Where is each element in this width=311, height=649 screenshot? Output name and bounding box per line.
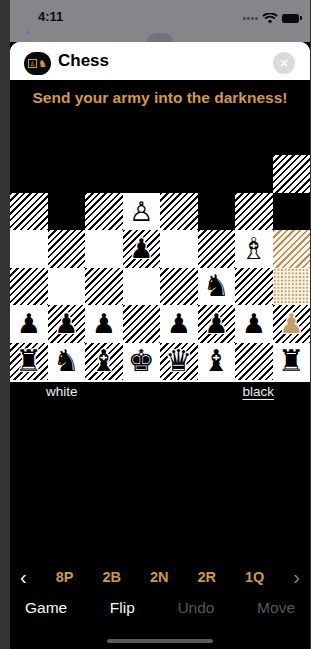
square-f2[interactable] [85,118,123,156]
black-knight-icon: ♞ [203,271,230,301]
square-b7[interactable]: ♟ [235,305,273,343]
square-g3[interactable] [48,155,86,193]
square-h2[interactable] [10,118,48,156]
square-b3[interactable] [235,155,273,193]
square-g4[interactable] [48,193,86,231]
square-d5[interactable] [160,230,198,268]
square-h5[interactable] [10,230,48,268]
square-h7[interactable]: ♟ [10,305,48,343]
square-g7[interactable]: ♟ [48,305,86,343]
square-a3[interactable] [273,155,311,193]
square-d7[interactable]: ♟ [160,305,198,343]
black-pawn-icon: ♟ [17,310,41,337]
tray-count-pawns: 8P [56,569,74,585]
square-a8[interactable]: ♜ [273,343,311,381]
square-c7[interactable]: ♟ [198,305,236,343]
square-e7[interactable] [123,305,161,343]
sheet-header: ♙ ♞ Chess ✕ [10,42,310,80]
tray-count-knights: 2N [150,569,169,585]
square-e6[interactable] [123,268,161,306]
square-e4[interactable]: ♙ [123,193,161,231]
square-e3[interactable] [123,155,161,193]
close-button[interactable]: ✕ [273,52,295,74]
square-b6[interactable] [235,268,273,306]
square-c8[interactable]: ♝ [198,343,236,381]
square-h6[interactable] [10,268,48,306]
square-a6[interactable] [273,268,311,306]
chess-app-icon: ♙ ♞ [24,52,51,75]
move-button[interactable]: Move [257,599,295,617]
square-f3[interactable] [85,155,123,193]
square-b8[interactable] [235,343,273,381]
chevron-left-icon[interactable]: ‹ [20,567,27,587]
tray-count-rooks: 2R [197,569,216,585]
square-d3[interactable] [160,155,198,193]
phone-screen: 4:11 ♙ ♞ Chess [10,0,310,649]
square-g5[interactable] [48,230,86,268]
square-g8[interactable]: ♞ [48,343,86,381]
black-pawn-icon: ♟ [242,310,266,337]
square-b2[interactable] [235,118,273,156]
square-f8[interactable]: ♝ [85,343,123,381]
black-pawn-icon: ♟ [204,310,228,337]
white-player-label: white [46,384,78,399]
tray-count-queens: 1Q [245,569,264,585]
knight-icon: ♞ [38,59,47,69]
square-d2[interactable] [160,118,198,156]
black-queen-icon: ♛ [165,346,192,376]
square-a5[interactable] [273,230,311,268]
white-pawn-icon: ♙ [129,198,153,225]
black-pawn-icon: ♟ [167,310,191,337]
banner-message: Send your army into the darkness! [10,87,310,109]
square-a7[interactable]: ♟ [273,305,311,343]
selected-black-pawn-icon: ♟ [279,310,303,337]
black-pawn-icon: ♟ [92,310,116,337]
square-e8[interactable]: ♚ [123,343,161,381]
square-c5[interactable] [198,230,236,268]
square-d8[interactable]: ♛ [160,343,198,381]
white-bishop-icon: ♗ [240,234,267,264]
black-king-icon: ♚ [128,346,155,376]
game-area: Send your army into the darkness! ♙♟♗♞♟♟… [10,80,310,649]
chess-board: ♙♟♗♞♟♟♟♟♟♟♟♜♞♝♚♛♝♜ [10,80,310,382]
square-h4[interactable] [10,193,48,231]
black-rook-icon: ♜ [15,346,42,376]
close-icon: ✕ [279,57,288,70]
status-bar: 4:11 [10,0,310,30]
square-e2[interactable] [123,118,161,156]
square-d6[interactable] [160,268,198,306]
dimmed-background-app: 4:11 [10,0,310,42]
square-b4[interactable] [235,193,273,231]
undo-button[interactable]: Undo [177,599,214,617]
chevron-right-icon[interactable]: › [293,567,300,587]
background-app-dot [26,31,29,34]
chess-sheet: ♙ ♞ Chess ✕ Send your army into the dark… [10,42,310,649]
home-indicator[interactable] [107,639,213,644]
battery-icon [282,14,299,23]
square-h3[interactable] [10,155,48,193]
square-c6[interactable]: ♞ [198,268,236,306]
wifi-icon [262,13,278,24]
square-a4[interactable] [273,193,311,231]
pawn-icon: ♙ [28,59,37,68]
square-a2[interactable] [273,118,311,156]
square-e5[interactable]: ♟ [123,230,161,268]
black-pawn-icon: ♟ [129,235,153,262]
cellular-signal-icon [243,17,258,20]
black-knight-icon: ♞ [53,346,80,376]
status-time: 4:11 [38,9,63,24]
square-c3[interactable] [198,155,236,193]
tray-count-bishops: 2B [102,569,121,585]
black-pawn-icon: ♟ [54,310,78,337]
square-d4[interactable] [160,193,198,231]
black-bishop-icon: ♝ [203,346,230,376]
square-h8[interactable]: ♜ [10,343,48,381]
square-f4[interactable] [85,193,123,231]
square-f5[interactable] [85,230,123,268]
action-bar: Game Flip Undo Move [10,597,310,619]
black-player-label[interactable]: black [242,384,274,399]
square-f7[interactable]: ♟ [85,305,123,343]
game-button[interactable]: Game [25,599,67,617]
page-title: Chess [58,51,109,71]
player-labels: white black [10,384,310,399]
square-c2[interactable] [198,118,236,156]
black-bishop-icon: ♝ [90,346,117,376]
flip-button[interactable]: Flip [110,599,135,617]
square-b5[interactable]: ♗ [235,230,273,268]
material-tray: ‹ 8P 2B 2N 2R 1Q › [10,566,310,588]
status-icons [243,13,299,24]
square-g6[interactable] [48,268,86,306]
background-card-top [147,33,173,42]
black-rook-icon: ♜ [278,346,305,376]
square-f6[interactable] [85,268,123,306]
square-c4[interactable] [198,193,236,231]
square-g2[interactable] [48,118,86,156]
